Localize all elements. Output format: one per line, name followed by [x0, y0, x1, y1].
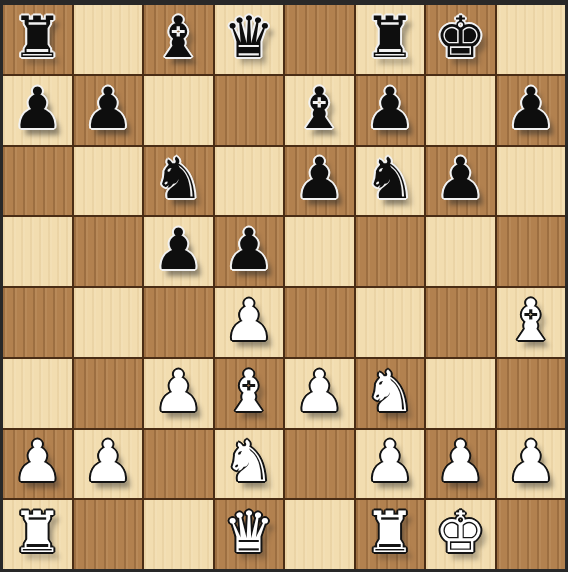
piece-white-knight[interactable]: ♞ [223, 433, 274, 490]
piece-black-queen[interactable]: ♛ [223, 9, 274, 66]
square-f6[interactable]: ♞ [356, 147, 425, 216]
piece-black-pawn[interactable]: ♟ [223, 221, 274, 278]
square-e3[interactable]: ♟ [285, 359, 354, 428]
square-a3[interactable] [3, 359, 72, 428]
piece-black-rook[interactable]: ♜ [12, 9, 63, 66]
square-a1[interactable]: ♜ [3, 500, 72, 569]
square-h2[interactable]: ♟ [497, 430, 566, 499]
square-a8[interactable]: ♜ [3, 5, 72, 74]
piece-black-pawn[interactable]: ♟ [435, 150, 486, 207]
chess-board-frame: ♜♝♛♜♚♟♟♝♟♟♞♟♞♟♟♟♟♝♟♝♟♞♟♟♞♟♟♟♜♛♜♚ [0, 0, 568, 572]
piece-white-bishop[interactable]: ♝ [223, 363, 274, 420]
square-d6[interactable] [215, 147, 284, 216]
square-c1[interactable] [144, 500, 213, 569]
square-c6[interactable]: ♞ [144, 147, 213, 216]
square-h4[interactable]: ♝ [497, 288, 566, 357]
square-f4[interactable] [356, 288, 425, 357]
piece-white-rook[interactable]: ♜ [364, 504, 415, 561]
square-h3[interactable] [497, 359, 566, 428]
piece-white-knight[interactable]: ♞ [364, 363, 415, 420]
piece-white-pawn[interactable]: ♟ [364, 433, 415, 490]
square-d5[interactable]: ♟ [215, 217, 284, 286]
piece-white-pawn[interactable]: ♟ [294, 363, 345, 420]
square-d7[interactable] [215, 76, 284, 145]
square-g2[interactable]: ♟ [426, 430, 495, 499]
square-h6[interactable] [497, 147, 566, 216]
square-e4[interactable] [285, 288, 354, 357]
piece-black-knight[interactable]: ♞ [153, 150, 204, 207]
square-c5[interactable]: ♟ [144, 217, 213, 286]
square-d3[interactable]: ♝ [215, 359, 284, 428]
piece-white-queen[interactable]: ♛ [223, 504, 274, 561]
square-f2[interactable]: ♟ [356, 430, 425, 499]
square-f1[interactable]: ♜ [356, 500, 425, 569]
square-e6[interactable]: ♟ [285, 147, 354, 216]
piece-white-pawn[interactable]: ♟ [435, 433, 486, 490]
square-b8[interactable] [74, 5, 143, 74]
square-g3[interactable] [426, 359, 495, 428]
square-e8[interactable] [285, 5, 354, 74]
square-e1[interactable] [285, 500, 354, 569]
square-g5[interactable] [426, 217, 495, 286]
piece-black-king[interactable]: ♚ [435, 9, 486, 66]
square-g1[interactable]: ♚ [426, 500, 495, 569]
square-d1[interactable]: ♛ [215, 500, 284, 569]
square-c8[interactable]: ♝ [144, 5, 213, 74]
square-b7[interactable]: ♟ [74, 76, 143, 145]
square-b2[interactable]: ♟ [74, 430, 143, 499]
square-e2[interactable] [285, 430, 354, 499]
square-a5[interactable] [3, 217, 72, 286]
square-g6[interactable]: ♟ [426, 147, 495, 216]
piece-white-pawn[interactable]: ♟ [223, 292, 274, 349]
piece-white-pawn[interactable]: ♟ [153, 363, 204, 420]
square-f8[interactable]: ♜ [356, 5, 425, 74]
piece-black-pawn[interactable]: ♟ [505, 80, 556, 137]
square-b4[interactable] [74, 288, 143, 357]
square-c7[interactable] [144, 76, 213, 145]
square-a2[interactable]: ♟ [3, 430, 72, 499]
square-h5[interactable] [497, 217, 566, 286]
square-c3[interactable]: ♟ [144, 359, 213, 428]
piece-black-pawn[interactable]: ♟ [294, 150, 345, 207]
piece-black-bishop[interactable]: ♝ [153, 9, 204, 66]
square-h1[interactable] [497, 500, 566, 569]
square-e7[interactable]: ♝ [285, 76, 354, 145]
piece-white-pawn[interactable]: ♟ [82, 433, 133, 490]
piece-white-rook[interactable]: ♜ [12, 504, 63, 561]
piece-black-pawn[interactable]: ♟ [364, 80, 415, 137]
piece-white-king[interactable]: ♚ [435, 504, 486, 561]
square-g8[interactable]: ♚ [426, 5, 495, 74]
chess-board: ♜♝♛♜♚♟♟♝♟♟♞♟♞♟♟♟♟♝♟♝♟♞♟♟♞♟♟♟♜♛♜♚ [3, 5, 565, 569]
square-e5[interactable] [285, 217, 354, 286]
piece-black-pawn[interactable]: ♟ [82, 80, 133, 137]
square-f3[interactable]: ♞ [356, 359, 425, 428]
square-d8[interactable]: ♛ [215, 5, 284, 74]
piece-black-bishop[interactable]: ♝ [294, 80, 345, 137]
square-g4[interactable] [426, 288, 495, 357]
square-b1[interactable] [74, 500, 143, 569]
square-b5[interactable] [74, 217, 143, 286]
square-d2[interactable]: ♞ [215, 430, 284, 499]
piece-black-pawn[interactable]: ♟ [153, 221, 204, 278]
piece-black-rook[interactable]: ♜ [364, 9, 415, 66]
piece-white-bishop[interactable]: ♝ [505, 292, 556, 349]
square-a4[interactable] [3, 288, 72, 357]
piece-black-knight[interactable]: ♞ [364, 150, 415, 207]
square-b3[interactable] [74, 359, 143, 428]
square-a7[interactable]: ♟ [3, 76, 72, 145]
square-h7[interactable]: ♟ [497, 76, 566, 145]
square-c4[interactable] [144, 288, 213, 357]
square-b6[interactable] [74, 147, 143, 216]
piece-black-pawn[interactable]: ♟ [12, 80, 63, 137]
square-g7[interactable] [426, 76, 495, 145]
square-a6[interactable] [3, 147, 72, 216]
square-f5[interactable] [356, 217, 425, 286]
piece-white-pawn[interactable]: ♟ [12, 433, 63, 490]
square-c2[interactable] [144, 430, 213, 499]
square-h8[interactable] [497, 5, 566, 74]
piece-white-pawn[interactable]: ♟ [505, 433, 556, 490]
square-d4[interactable]: ♟ [215, 288, 284, 357]
square-f7[interactable]: ♟ [356, 76, 425, 145]
